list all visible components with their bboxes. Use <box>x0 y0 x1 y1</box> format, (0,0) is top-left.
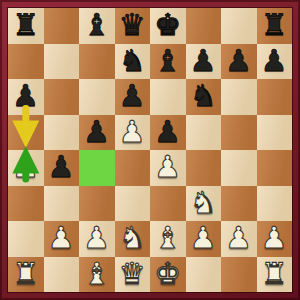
black-bishop-c8[interactable]: ♝ <box>83 7 110 43</box>
square-h7[interactable]: ♟ <box>257 44 293 80</box>
black-pawn-d6[interactable]: ♟ <box>119 78 146 114</box>
square-c8[interactable]: ♝ <box>79 8 115 44</box>
square-a4[interactable]: ♟ <box>8 150 44 186</box>
white-pawn-d5[interactable]: ♟ <box>119 114 146 150</box>
square-c1[interactable]: ♝ <box>79 257 115 293</box>
black-pawn-b4[interactable]: ♟ <box>48 149 75 185</box>
square-e3[interactable] <box>150 186 186 222</box>
black-pawn-g7[interactable]: ♟ <box>225 43 252 79</box>
square-b1[interactable] <box>44 257 80 293</box>
square-a3[interactable] <box>8 186 44 222</box>
square-e6[interactable] <box>150 79 186 115</box>
square-e5[interactable]: ♟ <box>150 115 186 151</box>
black-knight-d7[interactable]: ♞ <box>119 43 146 79</box>
square-a2[interactable] <box>8 221 44 257</box>
square-a6[interactable]: ♟ <box>8 79 44 115</box>
square-b4[interactable]: ♟ <box>44 150 80 186</box>
square-g7[interactable]: ♟ <box>221 44 257 80</box>
black-rook-a8[interactable]: ♜ <box>12 7 39 43</box>
square-e8[interactable]: ♚ <box>150 8 186 44</box>
black-queen-d8[interactable]: ♛ <box>119 7 146 43</box>
square-d8[interactable]: ♛ <box>115 8 151 44</box>
white-rook-a1[interactable]: ♜ <box>12 256 39 292</box>
white-pawn-a4[interactable]: ♟ <box>12 149 39 185</box>
square-f7[interactable]: ♟ <box>186 44 222 80</box>
black-bishop-e7[interactable]: ♝ <box>154 43 181 79</box>
white-knight-d2[interactable]: ♞ <box>119 220 146 256</box>
black-knight-f6[interactable]: ♞ <box>190 78 217 114</box>
square-e4[interactable]: ♟ <box>150 150 186 186</box>
square-g3[interactable] <box>221 186 257 222</box>
square-e2[interactable]: ♝ <box>150 221 186 257</box>
white-bishop-c1[interactable]: ♝ <box>83 256 110 292</box>
square-h8[interactable]: ♜ <box>257 8 293 44</box>
square-a5[interactable] <box>8 115 44 151</box>
white-pawn-e4[interactable]: ♟ <box>154 149 181 185</box>
square-h5[interactable] <box>257 115 293 151</box>
square-b3[interactable] <box>44 186 80 222</box>
square-a7[interactable] <box>8 44 44 80</box>
white-queen-d1[interactable]: ♛ <box>119 256 146 292</box>
square-a1[interactable]: ♜ <box>8 257 44 293</box>
chess-board: ♜♝♛♚♜♞♝♟♟♟♟♟♞♟♟♟♟♟♟♞♟♟♞♝♟♟♟♜♝♛♚♜ <box>8 8 292 292</box>
square-f5[interactable] <box>186 115 222 151</box>
black-pawn-a6[interactable]: ♟ <box>12 78 39 114</box>
square-f8[interactable] <box>186 8 222 44</box>
chess-board-frame: ♜♝♛♚♜♞♝♟♟♟♟♟♞♟♟♟♟♟♟♞♟♟♞♝♟♟♟♜♝♛♚♜ <box>0 0 300 300</box>
black-pawn-e5[interactable]: ♟ <box>154 114 181 150</box>
square-e1[interactable]: ♚ <box>150 257 186 293</box>
square-g8[interactable] <box>221 8 257 44</box>
square-f3[interactable]: ♞ <box>186 186 222 222</box>
square-a8[interactable]: ♜ <box>8 8 44 44</box>
square-d3[interactable] <box>115 186 151 222</box>
square-g6[interactable] <box>221 79 257 115</box>
white-bishop-e2[interactable]: ♝ <box>154 220 181 256</box>
square-g4[interactable] <box>221 150 257 186</box>
square-d6[interactable]: ♟ <box>115 79 151 115</box>
square-h6[interactable] <box>257 79 293 115</box>
white-knight-f3[interactable]: ♞ <box>190 185 217 221</box>
square-f6[interactable]: ♞ <box>186 79 222 115</box>
black-pawn-c5[interactable]: ♟ <box>83 114 110 150</box>
square-b6[interactable] <box>44 79 80 115</box>
black-pawn-f7[interactable]: ♟ <box>190 43 217 79</box>
square-c2[interactable]: ♟ <box>79 221 115 257</box>
square-c5[interactable]: ♟ <box>79 115 115 151</box>
square-d5[interactable]: ♟ <box>115 115 151 151</box>
black-king-e8[interactable]: ♚ <box>154 7 181 43</box>
square-g2[interactable]: ♟ <box>221 221 257 257</box>
square-e7[interactable]: ♝ <box>150 44 186 80</box>
square-c4-highlighted[interactable] <box>79 150 115 186</box>
black-rook-h8[interactable]: ♜ <box>261 7 288 43</box>
square-g5[interactable] <box>221 115 257 151</box>
square-d4[interactable] <box>115 150 151 186</box>
square-h2[interactable]: ♟ <box>257 221 293 257</box>
square-g1[interactable] <box>221 257 257 293</box>
square-b5[interactable] <box>44 115 80 151</box>
square-f2[interactable]: ♟ <box>186 221 222 257</box>
square-b7[interactable] <box>44 44 80 80</box>
square-f4[interactable] <box>186 150 222 186</box>
square-c3[interactable] <box>79 186 115 222</box>
white-pawn-b2[interactable]: ♟ <box>48 220 75 256</box>
white-pawn-h2[interactable]: ♟ <box>261 220 288 256</box>
square-d2[interactable]: ♞ <box>115 221 151 257</box>
square-d7[interactable]: ♞ <box>115 44 151 80</box>
white-pawn-g2[interactable]: ♟ <box>225 220 252 256</box>
square-b8[interactable] <box>44 8 80 44</box>
square-h4[interactable] <box>257 150 293 186</box>
square-h1[interactable]: ♜ <box>257 257 293 293</box>
square-d1[interactable]: ♛ <box>115 257 151 293</box>
white-king-e1[interactable]: ♚ <box>154 256 181 292</box>
square-f1[interactable] <box>186 257 222 293</box>
square-c7[interactable] <box>79 44 115 80</box>
square-b2[interactable]: ♟ <box>44 221 80 257</box>
black-pawn-h7[interactable]: ♟ <box>261 43 288 79</box>
white-pawn-f2[interactable]: ♟ <box>190 220 217 256</box>
square-c6[interactable] <box>79 79 115 115</box>
white-pawn-c2[interactable]: ♟ <box>83 220 110 256</box>
square-h3[interactable] <box>257 186 293 222</box>
white-rook-h1[interactable]: ♜ <box>261 256 288 292</box>
